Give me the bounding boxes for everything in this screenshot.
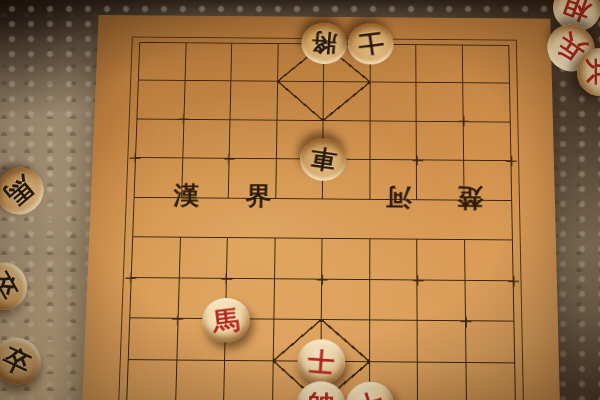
captured-black-soldier-glyph: 卒 [0,268,22,305]
piece-red-advisor[interactable]: 士 [296,338,347,387]
black-chariot-glyph: 車 [308,145,338,173]
black-advisor-glyph: 士 [356,30,385,57]
red-general-glyph: 帥 [307,391,334,400]
red-advisor-2-glyph: 士 [353,388,387,400]
red-horse-glyph: 馬 [211,305,241,334]
captured-black-horse-glyph: 馬 [1,172,39,210]
piece-red-horse[interactable]: 馬 [199,295,251,345]
piece-layer: 將士車馬士帥士 [126,42,516,400]
piece-captured-black-soldier-2[interactable]: 卒 [0,330,48,392]
red-advisor-glyph: 士 [307,348,336,376]
piece-black-chariot[interactable]: 車 [297,135,349,184]
xiangqi-board: 漢 界 河 楚 將士車馬士帥士 [81,15,560,400]
piece-red-advisor-2[interactable]: 士 [340,376,400,400]
captured-red-elephant-glyph: 相 [560,0,595,25]
piece-black-general[interactable]: 將 [300,21,349,65]
captured-black-soldier-2-glyph: 卒 [0,343,35,379]
piece-black-advisor[interactable]: 士 [345,21,396,67]
black-general-glyph: 將 [310,31,338,57]
piece-captured-black-soldier[interactable]: 卒 [0,254,36,319]
captured-red-soldier-2-glyph: 兵 [587,59,600,86]
piece-captured-black-horse[interactable]: 馬 [0,158,53,224]
piece-red-general[interactable]: 帥 [297,381,345,400]
photo-stage: 漢 界 河 楚 將士車馬士帥士 相兵兵馬卒卒 [0,0,600,400]
